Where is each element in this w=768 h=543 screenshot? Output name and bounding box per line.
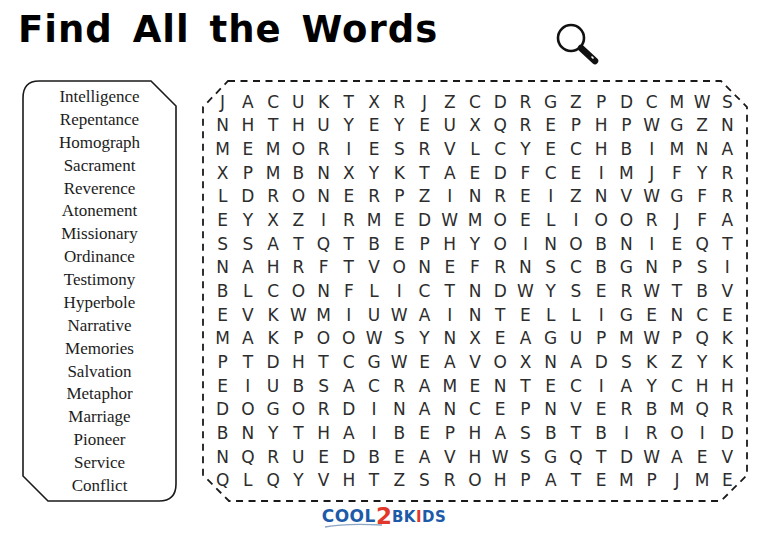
grid-cell[interactable]: T	[311, 350, 336, 374]
grid-cell[interactable]: R	[437, 468, 462, 492]
grid-cell[interactable]: N	[210, 256, 235, 280]
grid-cell[interactable]: H	[488, 468, 513, 492]
grid-cell[interactable]: S	[690, 256, 715, 280]
grid-cell[interactable]: N	[538, 232, 563, 256]
grid-cell[interactable]: R	[639, 421, 664, 445]
grid-cell[interactable]: O	[614, 208, 639, 232]
grid-cell[interactable]: O	[462, 468, 487, 492]
grid-cell[interactable]: H	[260, 256, 285, 280]
grid-cell[interactable]: D	[614, 445, 639, 469]
grid-cell[interactable]: R	[715, 397, 740, 421]
grid-cell[interactable]: L	[462, 137, 487, 161]
grid-cell[interactable]: Y	[538, 279, 563, 303]
grid-cell[interactable]: W	[639, 445, 664, 469]
grid-cell[interactable]: R	[513, 90, 538, 114]
grid-cell[interactable]: M	[210, 137, 235, 161]
grid-cell[interactable]: W	[690, 90, 715, 114]
grid-cell[interactable]: B	[361, 445, 386, 469]
grid-cell[interactable]: G	[664, 185, 689, 209]
grid-cell[interactable]: V	[235, 303, 260, 327]
grid-cell[interactable]: V	[361, 256, 386, 280]
grid-cell[interactable]: S	[614, 350, 639, 374]
grid-cell[interactable]: I	[235, 374, 260, 398]
grid-cell[interactable]: D	[235, 185, 260, 209]
grid-cell[interactable]: K	[639, 350, 664, 374]
grid-cell[interactable]: I	[538, 185, 563, 209]
grid-cell[interactable]: T	[715, 232, 740, 256]
grid-cell[interactable]: E	[589, 468, 614, 492]
grid-cell[interactable]: F	[462, 256, 487, 280]
grid-cell[interactable]: A	[235, 256, 260, 280]
grid-cell[interactable]: Y	[336, 114, 361, 138]
grid-cell[interactable]: I	[336, 303, 361, 327]
grid-cell[interactable]: E	[488, 326, 513, 350]
grid-cell[interactable]: A	[437, 350, 462, 374]
grid-cell[interactable]: Z	[437, 90, 462, 114]
grid-cell[interactable]: U	[286, 445, 311, 469]
grid-cell[interactable]: C	[538, 161, 563, 185]
grid-cell[interactable]: Q	[690, 326, 715, 350]
grid-cell[interactable]: G	[260, 397, 285, 421]
grid-cell[interactable]: P	[563, 114, 588, 138]
grid-cell[interactable]: B	[639, 397, 664, 421]
grid-cell[interactable]: E	[311, 445, 336, 469]
grid-cell[interactable]: S	[538, 256, 563, 280]
grid-cell[interactable]: N	[614, 232, 639, 256]
grid-cell[interactable]: N	[437, 326, 462, 350]
grid-cell[interactable]: W	[361, 326, 386, 350]
grid-cell[interactable]: Z	[286, 208, 311, 232]
grid-cell[interactable]: C	[690, 303, 715, 327]
grid-cell[interactable]: D	[260, 350, 285, 374]
grid-cell[interactable]: M	[664, 397, 689, 421]
grid-cell[interactable]: D	[614, 90, 639, 114]
grid-cell[interactable]: Y	[690, 350, 715, 374]
grid-cell[interactable]: T	[412, 161, 437, 185]
grid-cell[interactable]: E	[412, 421, 437, 445]
grid-cell[interactable]: T	[563, 421, 588, 445]
grid-cell[interactable]: L	[235, 279, 260, 303]
grid-cell[interactable]: J	[664, 208, 689, 232]
grid-cell[interactable]: E	[690, 445, 715, 469]
grid-cell[interactable]: C	[639, 90, 664, 114]
grid-cell[interactable]: I	[437, 185, 462, 209]
grid-cell[interactable]: Y	[412, 326, 437, 350]
grid-cell[interactable]: U	[260, 374, 285, 398]
grid-cell[interactable]: N	[437, 397, 462, 421]
grid-cell[interactable]: Z	[412, 185, 437, 209]
grid-cell[interactable]: C	[664, 374, 689, 398]
grid-cell[interactable]: E	[361, 114, 386, 138]
grid-cell[interactable]: C	[563, 256, 588, 280]
grid-cell[interactable]: R	[336, 208, 361, 232]
grid-cell[interactable]: T	[664, 279, 689, 303]
grid-cell[interactable]: E	[235, 137, 260, 161]
grid-cell[interactable]: O	[286, 279, 311, 303]
grid-cell[interactable]: P	[589, 326, 614, 350]
grid-cell[interactable]: R	[311, 137, 336, 161]
grid-cell[interactable]: V	[462, 350, 487, 374]
grid-cell[interactable]: S	[235, 232, 260, 256]
grid-cell[interactable]: T	[260, 114, 285, 138]
grid-cell[interactable]: B	[387, 421, 412, 445]
grid-cell[interactable]: Y	[639, 374, 664, 398]
grid-cell[interactable]: X	[462, 326, 487, 350]
grid-cell[interactable]: R	[639, 208, 664, 232]
grid-cell[interactable]: E	[664, 232, 689, 256]
grid-cell[interactable]: T	[286, 421, 311, 445]
grid-cell[interactable]: D	[488, 279, 513, 303]
grid-cell[interactable]: E	[210, 208, 235, 232]
grid-cell[interactable]: Y	[361, 161, 386, 185]
grid-cell[interactable]: I	[639, 232, 664, 256]
grid-cell[interactable]: O	[235, 397, 260, 421]
grid-cell[interactable]: E	[412, 114, 437, 138]
grid-cell[interactable]: T	[336, 256, 361, 280]
grid-cell[interactable]: E	[387, 445, 412, 469]
grid-cell[interactable]: E	[336, 185, 361, 209]
grid-cell[interactable]: M	[311, 303, 336, 327]
grid-cell[interactable]: D	[336, 445, 361, 469]
grid-cell[interactable]: K	[715, 350, 740, 374]
grid-cell[interactable]: N	[412, 256, 437, 280]
grid-cell[interactable]: Q	[563, 445, 588, 469]
grid-cell[interactable]: M	[614, 326, 639, 350]
grid-cell[interactable]: N	[589, 185, 614, 209]
grid-cell[interactable]: E	[639, 303, 664, 327]
grid-cell[interactable]: I	[589, 374, 614, 398]
grid-cell[interactable]: C	[260, 279, 285, 303]
grid-cell[interactable]: T	[488, 303, 513, 327]
grid-cell[interactable]: A	[664, 445, 689, 469]
grid-cell[interactable]: P	[614, 114, 639, 138]
grid-cell[interactable]: H	[437, 232, 462, 256]
grid-cell[interactable]: E	[715, 303, 740, 327]
grid-cell[interactable]: J	[412, 90, 437, 114]
grid-cell[interactable]: W	[639, 279, 664, 303]
grid-cell[interactable]: L	[210, 185, 235, 209]
grid-cell[interactable]: X	[336, 161, 361, 185]
grid-cell[interactable]: T	[513, 374, 538, 398]
grid-cell[interactable]: K	[715, 326, 740, 350]
grid-cell[interactable]: C	[412, 279, 437, 303]
grid-cell[interactable]: A	[488, 421, 513, 445]
grid-cell[interactable]: B	[589, 256, 614, 280]
grid-cell[interactable]: I	[336, 137, 361, 161]
grid-cell[interactable]: Y	[690, 161, 715, 185]
grid-cell[interactable]: R	[260, 445, 285, 469]
grid-cell[interactable]: X	[361, 90, 386, 114]
grid-cell[interactable]: Q	[690, 232, 715, 256]
grid-cell[interactable]: N	[210, 114, 235, 138]
grid-cell[interactable]: T	[563, 468, 588, 492]
grid-cell[interactable]: B	[210, 279, 235, 303]
grid-cell[interactable]: A	[412, 303, 437, 327]
grid-cell[interactable]: A	[437, 161, 462, 185]
grid-cell[interactable]: Q	[690, 397, 715, 421]
grid-cell[interactable]: H	[336, 468, 361, 492]
grid-cell[interactable]: G	[538, 445, 563, 469]
grid-cell[interactable]: H	[235, 114, 260, 138]
grid-cell[interactable]: Q	[235, 445, 260, 469]
grid-cell[interactable]: V	[715, 279, 740, 303]
grid-cell[interactable]: E	[513, 185, 538, 209]
grid-cell[interactable]: J	[664, 468, 689, 492]
grid-cell[interactable]: N	[462, 303, 487, 327]
grid-cell[interactable]: A	[235, 90, 260, 114]
grid-cell[interactable]: D	[589, 350, 614, 374]
grid-cell[interactable]: Q	[260, 468, 285, 492]
grid-cell[interactable]: S	[387, 326, 412, 350]
grid-cell[interactable]: A	[235, 326, 260, 350]
grid-cell[interactable]: R	[412, 137, 437, 161]
grid-cell[interactable]: W	[387, 350, 412, 374]
grid-cell[interactable]: I	[589, 161, 614, 185]
grid-cell[interactable]: U	[286, 90, 311, 114]
grid-cell[interactable]: R	[614, 279, 639, 303]
grid-cell[interactable]: V	[311, 468, 336, 492]
grid-cell[interactable]: N	[462, 185, 487, 209]
grid-cell[interactable]: A	[563, 350, 588, 374]
grid-cell[interactable]: M	[462, 208, 487, 232]
grid-cell[interactable]: D	[210, 397, 235, 421]
grid-cell[interactable]: B	[361, 232, 386, 256]
grid-cell[interactable]: Z	[690, 114, 715, 138]
grid-cell[interactable]: E	[462, 161, 487, 185]
grid-cell[interactable]: M	[210, 326, 235, 350]
grid-cell[interactable]: N	[311, 185, 336, 209]
grid-cell[interactable]: D	[715, 421, 740, 445]
grid-cell[interactable]: E	[210, 374, 235, 398]
grid-cell[interactable]: R	[286, 256, 311, 280]
grid-cell[interactable]: P	[639, 468, 664, 492]
grid-cell[interactable]: E	[589, 279, 614, 303]
grid-cell[interactable]: Q	[488, 114, 513, 138]
grid-cell[interactable]: P	[235, 161, 260, 185]
grid-cell[interactable]: N	[639, 256, 664, 280]
grid-cell[interactable]: E	[488, 397, 513, 421]
grid-cell[interactable]: H	[690, 374, 715, 398]
grid-cell[interactable]: C	[563, 137, 588, 161]
grid-cell[interactable]: G	[361, 350, 386, 374]
grid-cell[interactable]: N	[513, 256, 538, 280]
grid-cell[interactable]: W	[639, 114, 664, 138]
grid-cell[interactable]: D	[336, 397, 361, 421]
grid-cell[interactable]: N	[690, 137, 715, 161]
grid-cell[interactable]: D	[412, 208, 437, 232]
grid-cell[interactable]: T	[336, 232, 361, 256]
grid-cell[interactable]: P	[437, 421, 462, 445]
grid-cell[interactable]: E	[715, 468, 740, 492]
grid-cell[interactable]: N	[538, 350, 563, 374]
grid-cell[interactable]: Z	[563, 90, 588, 114]
grid-cell[interactable]: C	[462, 397, 487, 421]
grid-cell[interactable]: S	[311, 374, 336, 398]
grid-cell[interactable]: A	[513, 326, 538, 350]
grid-cell[interactable]: E	[412, 350, 437, 374]
grid-cell[interactable]: T	[361, 468, 386, 492]
grid-cell[interactable]: E	[589, 397, 614, 421]
grid-cell[interactable]: K	[260, 303, 285, 327]
grid-cell[interactable]: H	[286, 350, 311, 374]
grid-cell[interactable]: O	[488, 232, 513, 256]
grid-cell[interactable]: F	[311, 256, 336, 280]
grid-cell[interactable]: V	[437, 445, 462, 469]
grid-cell[interactable]: Q	[311, 232, 336, 256]
grid-cell[interactable]: P	[412, 232, 437, 256]
grid-cell[interactable]: O	[488, 350, 513, 374]
grid-cell[interactable]: O	[286, 397, 311, 421]
grid-cell[interactable]: I	[437, 303, 462, 327]
grid-cell[interactable]: Y	[286, 468, 311, 492]
grid-cell[interactable]: T	[286, 232, 311, 256]
grid-cell[interactable]: N	[488, 374, 513, 398]
grid-cell[interactable]: C	[488, 137, 513, 161]
grid-cell[interactable]: F	[664, 161, 689, 185]
grid-cell[interactable]: B	[210, 421, 235, 445]
grid-cell[interactable]: W	[639, 185, 664, 209]
grid-cell[interactable]: E	[538, 114, 563, 138]
grid-cell[interactable]: N	[235, 421, 260, 445]
grid-cell[interactable]: T	[437, 279, 462, 303]
grid-cell[interactable]: L	[235, 468, 260, 492]
grid-cell[interactable]: B	[286, 374, 311, 398]
grid-cell[interactable]: I	[513, 232, 538, 256]
grid-cell[interactable]: A	[336, 421, 361, 445]
grid-cell[interactable]: E	[462, 374, 487, 398]
grid-cell[interactable]: R	[715, 161, 740, 185]
grid-cell[interactable]: I	[563, 208, 588, 232]
grid-cell[interactable]: E	[387, 232, 412, 256]
grid-cell[interactable]: H	[286, 114, 311, 138]
grid-cell[interactable]: P	[589, 90, 614, 114]
grid-cell[interactable]: Z	[387, 468, 412, 492]
grid-cell[interactable]: T	[336, 90, 361, 114]
grid-cell[interactable]: H	[462, 421, 487, 445]
grid-cell[interactable]: P	[513, 468, 538, 492]
grid-cell[interactable]: E	[361, 137, 386, 161]
grid-cell[interactable]: O	[286, 137, 311, 161]
grid-cell[interactable]: H	[462, 445, 487, 469]
grid-cell[interactable]: S	[715, 90, 740, 114]
grid-cell[interactable]: C	[462, 90, 487, 114]
grid-cell[interactable]: P	[664, 256, 689, 280]
grid-cell[interactable]: R	[715, 185, 740, 209]
grid-cell[interactable]: J	[210, 90, 235, 114]
grid-cell[interactable]: E	[437, 256, 462, 280]
grid-cell[interactable]: X	[260, 208, 285, 232]
grid-cell[interactable]: S	[412, 468, 437, 492]
grid-cell[interactable]: W	[488, 445, 513, 469]
grid-cell[interactable]: P	[210, 350, 235, 374]
grid-cell[interactable]: X	[210, 161, 235, 185]
grid-cell[interactable]: E	[538, 137, 563, 161]
grid-cell[interactable]: T	[589, 445, 614, 469]
grid-cell[interactable]: L	[563, 303, 588, 327]
grid-cell[interactable]: D	[488, 90, 513, 114]
grid-cell[interactable]: Q	[210, 468, 235, 492]
grid-cell[interactable]: S	[563, 279, 588, 303]
grid-cell[interactable]: N	[462, 279, 487, 303]
grid-cell[interactable]: N	[311, 279, 336, 303]
grid-cell[interactable]: W	[387, 303, 412, 327]
grid-cell[interactable]: S	[513, 421, 538, 445]
grid-cell[interactable]: I	[361, 397, 386, 421]
grid-cell[interactable]: I	[387, 279, 412, 303]
grid-cell[interactable]: Y	[260, 421, 285, 445]
grid-cell[interactable]: P	[387, 185, 412, 209]
grid-cell[interactable]: T	[235, 350, 260, 374]
grid-cell[interactable]: M	[361, 208, 386, 232]
grid-cell[interactable]: M	[664, 137, 689, 161]
grid-cell[interactable]: Z	[563, 185, 588, 209]
grid-cell[interactable]: B	[538, 421, 563, 445]
grid-cell[interactable]: C	[336, 350, 361, 374]
grid-cell[interactable]: X	[513, 350, 538, 374]
grid-cell[interactable]: Y	[387, 114, 412, 138]
grid-cell[interactable]: S	[387, 137, 412, 161]
grid-cell[interactable]: B	[589, 232, 614, 256]
grid-cell[interactable]: B	[614, 137, 639, 161]
grid-cell[interactable]: W	[286, 303, 311, 327]
grid-cell[interactable]: M	[614, 161, 639, 185]
grid-cell[interactable]: G	[614, 256, 639, 280]
grid-cell[interactable]: I	[361, 421, 386, 445]
grid-cell[interactable]: I	[639, 137, 664, 161]
grid-cell[interactable]: Z	[664, 350, 689, 374]
grid-cell[interactable]: R	[260, 185, 285, 209]
grid-cell[interactable]: W	[437, 208, 462, 232]
grid-cell[interactable]: P	[664, 326, 689, 350]
grid-cell[interactable]: E	[538, 374, 563, 398]
grid-cell[interactable]: A	[412, 374, 437, 398]
grid-cell[interactable]: O	[336, 326, 361, 350]
grid-cell[interactable]: K	[387, 161, 412, 185]
grid-cell[interactable]: U	[361, 303, 386, 327]
grid-cell[interactable]: K	[311, 90, 336, 114]
grid-cell[interactable]: R	[387, 374, 412, 398]
grid-cell[interactable]: R	[513, 114, 538, 138]
grid-cell[interactable]: V	[614, 185, 639, 209]
grid-cell[interactable]: H	[589, 137, 614, 161]
grid-cell[interactable]: Y	[462, 232, 487, 256]
grid-cell[interactable]: F	[690, 208, 715, 232]
grid-cell[interactable]: W	[513, 279, 538, 303]
grid-cell[interactable]: R	[614, 397, 639, 421]
grid-cell[interactable]: B	[286, 161, 311, 185]
grid-cell[interactable]: M	[260, 137, 285, 161]
grid-cell[interactable]: P	[286, 326, 311, 350]
grid-cell[interactable]: E	[387, 208, 412, 232]
grid-cell[interactable]: F	[336, 279, 361, 303]
grid-cell[interactable]: O	[286, 185, 311, 209]
grid-cell[interactable]: R	[311, 397, 336, 421]
grid-cell[interactable]: I	[589, 303, 614, 327]
grid-cell[interactable]: U	[311, 114, 336, 138]
grid-cell[interactable]: C	[260, 90, 285, 114]
grid-cell[interactable]: R	[488, 256, 513, 280]
grid-cell[interactable]: M	[664, 90, 689, 114]
grid-cell[interactable]: N	[538, 397, 563, 421]
grid-cell[interactable]: O	[664, 421, 689, 445]
grid-cell[interactable]: D	[488, 161, 513, 185]
grid-cell[interactable]: O	[563, 232, 588, 256]
grid-cell[interactable]: B	[589, 421, 614, 445]
grid-cell[interactable]: A	[260, 232, 285, 256]
grid-cell[interactable]: Y	[235, 208, 260, 232]
grid-cell[interactable]: H	[311, 421, 336, 445]
grid-cell[interactable]: A	[412, 397, 437, 421]
